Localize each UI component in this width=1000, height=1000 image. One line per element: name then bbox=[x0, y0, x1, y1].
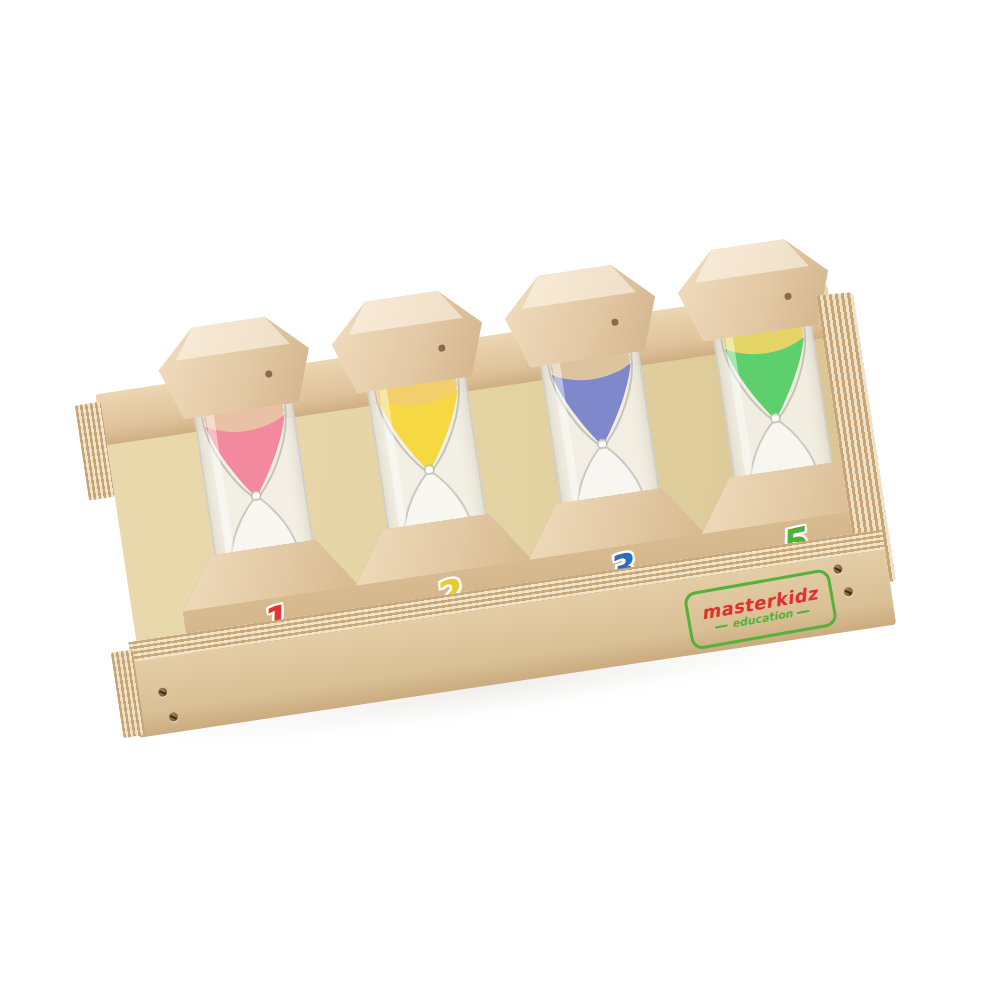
product-photo-scene: 1 2 bbox=[0, 0, 1000, 1000]
logo-dash bbox=[715, 624, 728, 628]
screw bbox=[168, 712, 178, 722]
screw bbox=[158, 687, 168, 697]
screw bbox=[843, 587, 853, 597]
screw bbox=[833, 564, 843, 574]
logo-dash bbox=[796, 609, 809, 613]
